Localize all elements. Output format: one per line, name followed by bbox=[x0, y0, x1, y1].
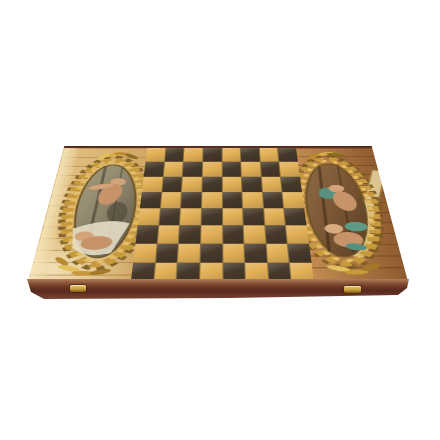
product-photo-stage bbox=[0, 0, 440, 440]
board-square bbox=[136, 226, 158, 244]
board-square bbox=[241, 148, 260, 162]
board-square bbox=[283, 192, 304, 208]
left-medallion-painting bbox=[66, 165, 141, 258]
board-square bbox=[243, 209, 264, 226]
board-square bbox=[280, 162, 300, 176]
board-square bbox=[183, 162, 202, 176]
board-square bbox=[266, 244, 289, 263]
board-square bbox=[244, 226, 265, 244]
board-square bbox=[165, 148, 184, 162]
board-square bbox=[242, 177, 262, 192]
board-square bbox=[223, 244, 244, 263]
board-square bbox=[243, 192, 263, 208]
case-top-face bbox=[28, 146, 408, 283]
board-square bbox=[285, 209, 307, 226]
board-square bbox=[156, 244, 178, 263]
board-square bbox=[140, 192, 161, 208]
board-square bbox=[261, 162, 281, 176]
board-square bbox=[202, 192, 222, 208]
board-square bbox=[260, 148, 279, 162]
board-square bbox=[288, 244, 311, 263]
board-square bbox=[179, 226, 200, 244]
board-square bbox=[202, 177, 221, 192]
board-square bbox=[286, 226, 309, 244]
board-square bbox=[180, 209, 201, 226]
board-square bbox=[201, 226, 222, 244]
board-square bbox=[133, 244, 156, 263]
right-decor-panel bbox=[296, 148, 408, 282]
board-square bbox=[161, 192, 182, 208]
board-square bbox=[241, 162, 260, 176]
board-square bbox=[264, 209, 285, 226]
board-square bbox=[222, 148, 240, 162]
board-square bbox=[178, 244, 200, 263]
board-square bbox=[201, 209, 221, 226]
left-brass-latch-icon bbox=[70, 285, 86, 292]
board-square bbox=[144, 162, 164, 176]
chess-board bbox=[131, 148, 315, 282]
board-square bbox=[200, 244, 221, 263]
board-square bbox=[162, 177, 182, 192]
board-square bbox=[222, 162, 241, 176]
board-square bbox=[263, 192, 284, 208]
board-square bbox=[184, 148, 203, 162]
board-square bbox=[223, 209, 243, 226]
board-square bbox=[203, 162, 222, 176]
board-square bbox=[245, 244, 267, 263]
board-square bbox=[223, 226, 244, 244]
board-square bbox=[181, 192, 201, 208]
board-square bbox=[142, 177, 163, 192]
board-square bbox=[138, 209, 160, 226]
left-decor-panel bbox=[28, 148, 147, 282]
right-medallion-artwork bbox=[296, 148, 408, 282]
board-square bbox=[182, 177, 202, 192]
left-medallion-artwork bbox=[28, 148, 147, 282]
board-square bbox=[163, 162, 183, 176]
board-square bbox=[203, 148, 221, 162]
board-square bbox=[281, 177, 302, 192]
board-square bbox=[157, 226, 179, 244]
board-square bbox=[222, 192, 242, 208]
right-brass-latch-icon bbox=[344, 286, 361, 293]
board-square bbox=[262, 177, 282, 192]
board-square bbox=[159, 209, 180, 226]
board-square bbox=[222, 177, 241, 192]
board-square bbox=[146, 148, 165, 162]
board-square bbox=[265, 226, 287, 244]
board-square bbox=[278, 148, 298, 162]
